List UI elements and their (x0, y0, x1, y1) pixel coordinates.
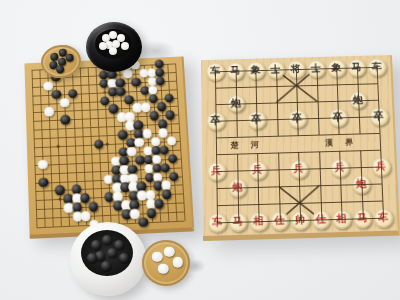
go-stone-black[interactable] (162, 190, 172, 200)
go-stone-black[interactable] (148, 94, 158, 103)
star-point (106, 143, 109, 146)
go-stone-black[interactable] (154, 199, 164, 209)
black-stone (91, 240, 101, 250)
go-stone-black[interactable] (116, 87, 126, 96)
black-stone (102, 235, 112, 245)
go-stone-black[interactable] (94, 140, 104, 150)
go-stone-white[interactable] (43, 81, 53, 90)
go-board[interactable] (24, 56, 194, 238)
go-stone-black[interactable] (168, 154, 178, 164)
go-grid-line (40, 69, 46, 227)
black-stone (56, 65, 65, 74)
black-stone (87, 253, 97, 263)
go-stone-black[interactable] (131, 78, 141, 87)
star-point (59, 198, 62, 201)
white-stone (112, 40, 120, 48)
star-point (103, 91, 106, 94)
go-stone-white[interactable] (130, 209, 140, 219)
go-stone-black[interactable] (169, 171, 179, 181)
go-stone-black[interactable] (80, 193, 90, 203)
go-stone-black[interactable] (61, 115, 71, 125)
black-bowl-opening (95, 29, 132, 59)
go-grid-line (175, 63, 185, 220)
go-stone-white[interactable] (81, 211, 91, 221)
go-stone-black[interactable] (68, 89, 78, 98)
white-stone (152, 251, 163, 262)
go-stone-white[interactable] (141, 103, 151, 113)
go-stone-black[interactable] (88, 202, 98, 212)
xiangqi-grid: 楚河 漢界 车马象士将士象马车炮炮卒卒卒卒卒兵兵兵兵兵炮炮车马相仕帅仕相马车 (215, 67, 383, 222)
go-stone-white[interactable] (167, 136, 177, 146)
xiangqi-board[interactable]: 楚河 漢界 车马象士将士象马车炮炮卒卒卒卒卒兵兵兵兵兵炮炮车马相仕帅仕相马车 (201, 55, 400, 241)
go-stone-white[interactable] (60, 98, 70, 107)
go-stone-black[interactable] (155, 76, 165, 85)
white-stone (121, 42, 129, 50)
go-stone-black[interactable] (164, 93, 174, 102)
white-stone (109, 47, 117, 55)
go-stone-black[interactable] (124, 95, 134, 104)
go-stone-black[interactable] (55, 185, 65, 195)
go-stone-black[interactable] (160, 163, 170, 173)
black-stone (107, 248, 117, 258)
go-stone-white[interactable] (127, 147, 137, 157)
wooden-lid-with-white-stones (142, 240, 190, 286)
go-stone-white[interactable] (158, 128, 168, 138)
go-stone-black[interactable] (108, 104, 118, 114)
go-stone-black[interactable] (100, 96, 110, 105)
go-grid-line (32, 70, 38, 228)
go-stone-black[interactable] (38, 177, 48, 187)
go-stone-white[interactable] (44, 107, 54, 117)
go-stone-black[interactable] (157, 102, 167, 112)
white-stone (164, 247, 175, 258)
white-bowl-opening (81, 230, 133, 276)
go-grid (32, 63, 185, 227)
go-stone-black[interactable] (159, 145, 169, 155)
go-stone-black[interactable] (165, 110, 175, 120)
white-stone-bowl (70, 222, 146, 296)
star-point (157, 193, 160, 196)
go-stone-white[interactable] (134, 138, 144, 148)
white-stone (158, 263, 169, 274)
go-stone-black[interactable] (138, 217, 148, 227)
go-stone-white[interactable] (123, 69, 133, 78)
go-stone-black[interactable] (118, 130, 128, 140)
tabletop-scene: 楚河 漢界 车马象士将士象马车炮炮卒卒卒卒卒兵兵兵兵兵炮炮车马相仕帅仕相马车 (0, 0, 400, 300)
black-stone (119, 253, 129, 263)
black-stone (65, 53, 74, 62)
white-stone (99, 42, 107, 50)
go-stone-white[interactable] (38, 160, 48, 170)
go-stone-black[interactable] (146, 208, 156, 218)
star-point (57, 145, 60, 148)
black-stone (101, 261, 111, 271)
go-stone-black[interactable] (52, 90, 62, 99)
go-stone-white[interactable] (142, 129, 152, 139)
go-stone-black[interactable] (149, 111, 159, 121)
black-stone-bowl (86, 22, 142, 72)
white-stone (172, 257, 183, 268)
